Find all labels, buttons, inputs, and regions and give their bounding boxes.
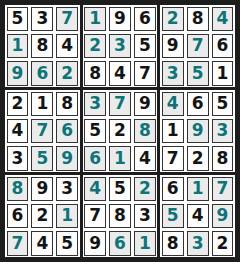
box-9: 617549832 <box>160 175 235 257</box>
cell-r6c5[interactable]: 1 <box>109 146 131 170</box>
cell-r2c7[interactable]: 9 <box>162 34 184 58</box>
box-3: 284976351 <box>160 5 235 87</box>
cell-r9c2[interactable]: 4 <box>31 231 53 255</box>
cell-r2c1[interactable]: 1 <box>7 34 29 58</box>
cell-r7c1[interactable]: 8 <box>7 177 29 201</box>
cell-r6c9[interactable]: 8 <box>212 146 234 170</box>
cell-r5c8[interactable]: 9 <box>187 119 209 143</box>
cell-r7c7[interactable]: 6 <box>162 177 184 201</box>
cell-r2c5[interactable]: 3 <box>109 34 131 58</box>
cell-r1c4[interactable]: 1 <box>84 7 106 31</box>
cell-r3c7[interactable]: 3 <box>162 61 184 85</box>
cell-r9c4[interactable]: 9 <box>84 231 106 255</box>
cell-r8c8[interactable]: 4 <box>187 204 209 228</box>
cell-r6c1[interactable]: 3 <box>7 146 29 170</box>
cell-r6c4[interactable]: 6 <box>84 146 106 170</box>
cell-r6c7[interactable]: 7 <box>162 146 184 170</box>
cell-r7c5[interactable]: 5 <box>109 177 131 201</box>
cell-r2c9[interactable]: 6 <box>212 34 234 58</box>
cell-r1c7[interactable]: 2 <box>162 7 184 31</box>
cell-r3c5[interactable]: 4 <box>109 61 131 85</box>
cell-r3c1[interactable]: 9 <box>7 61 29 85</box>
cell-r9c6[interactable]: 1 <box>134 231 156 255</box>
cell-r1c1[interactable]: 5 <box>7 7 29 31</box>
cell-r8c3[interactable]: 1 <box>56 204 78 228</box>
cell-r9c7[interactable]: 8 <box>162 231 184 255</box>
cell-r2c3[interactable]: 4 <box>56 34 78 58</box>
cell-r6c6[interactable]: 4 <box>134 146 156 170</box>
cell-r6c3[interactable]: 9 <box>56 146 78 170</box>
cell-r1c8[interactable]: 8 <box>187 7 209 31</box>
cell-r4c4[interactable]: 3 <box>84 92 106 116</box>
cell-r2c8[interactable]: 7 <box>187 34 209 58</box>
box-2: 196235847 <box>83 5 158 87</box>
cell-r8c4[interactable]: 7 <box>84 204 106 228</box>
cell-r9c1[interactable]: 7 <box>7 231 29 255</box>
cell-r8c1[interactable]: 6 <box>7 204 29 228</box>
cell-r8c6[interactable]: 3 <box>134 204 156 228</box>
cell-r8c5[interactable]: 8 <box>109 204 131 228</box>
cell-r1c5[interactable]: 9 <box>109 7 131 31</box>
cell-r2c2[interactable]: 8 <box>31 34 53 58</box>
cell-r9c3[interactable]: 5 <box>56 231 78 255</box>
cell-r5c7[interactable]: 1 <box>162 119 184 143</box>
cell-r6c2[interactable]: 5 <box>31 146 53 170</box>
cell-r6c8[interactable]: 2 <box>187 146 209 170</box>
cell-r4c1[interactable]: 2 <box>7 92 29 116</box>
cell-r8c7[interactable]: 5 <box>162 204 184 228</box>
cell-r3c9[interactable]: 1 <box>212 61 234 85</box>
cell-r9c9[interactable]: 2 <box>212 231 234 255</box>
box-6: 465193728 <box>160 90 235 172</box>
cell-r5c6[interactable]: 8 <box>134 119 156 143</box>
cell-r1c2[interactable]: 3 <box>31 7 53 31</box>
cell-r5c5[interactable]: 2 <box>109 119 131 143</box>
box-1: 537184962 <box>5 5 80 87</box>
cell-r8c9[interactable]: 9 <box>212 204 234 228</box>
cell-r4c8[interactable]: 6 <box>187 92 209 116</box>
cell-r3c6[interactable]: 7 <box>134 61 156 85</box>
box-7: 893621745 <box>5 175 80 257</box>
cell-r5c3[interactable]: 6 <box>56 119 78 143</box>
cell-r9c8[interactable]: 3 <box>187 231 209 255</box>
cell-r7c8[interactable]: 1 <box>187 177 209 201</box>
cell-r1c9[interactable]: 4 <box>212 7 234 31</box>
cell-r5c4[interactable]: 5 <box>84 119 106 143</box>
cell-r7c4[interactable]: 4 <box>84 177 106 201</box>
cell-r3c4[interactable]: 8 <box>84 61 106 85</box>
cell-r8c2[interactable]: 2 <box>31 204 53 228</box>
cell-r4c2[interactable]: 1 <box>31 92 53 116</box>
cell-r7c9[interactable]: 7 <box>212 177 234 201</box>
cell-r7c3[interactable]: 3 <box>56 177 78 201</box>
box-5: 379528614 <box>83 90 158 172</box>
cell-r1c3[interactable]: 7 <box>56 7 78 31</box>
box-4: 218476359 <box>5 90 80 172</box>
cell-r5c9[interactable]: 3 <box>212 119 234 143</box>
cell-r3c8[interactable]: 5 <box>187 61 209 85</box>
cell-r2c4[interactable]: 2 <box>84 34 106 58</box>
cell-r5c2[interactable]: 7 <box>31 119 53 143</box>
cell-r5c1[interactable]: 4 <box>7 119 29 143</box>
cell-r9c5[interactable]: 6 <box>109 231 131 255</box>
cell-r4c7[interactable]: 4 <box>162 92 184 116</box>
sudoku-board: 5371849621962358472849763512184763593795… <box>0 0 240 262</box>
cell-r3c3[interactable]: 2 <box>56 61 78 85</box>
cell-r2c6[interactable]: 5 <box>134 34 156 58</box>
cell-r4c3[interactable]: 8 <box>56 92 78 116</box>
cell-r4c5[interactable]: 7 <box>109 92 131 116</box>
cell-r7c6[interactable]: 2 <box>134 177 156 201</box>
cell-r3c2[interactable]: 6 <box>31 61 53 85</box>
cell-r4c6[interactable]: 9 <box>134 92 156 116</box>
cell-r4c9[interactable]: 5 <box>212 92 234 116</box>
cell-r1c6[interactable]: 6 <box>134 7 156 31</box>
cell-r7c2[interactable]: 9 <box>31 177 53 201</box>
box-8: 452783961 <box>83 175 158 257</box>
